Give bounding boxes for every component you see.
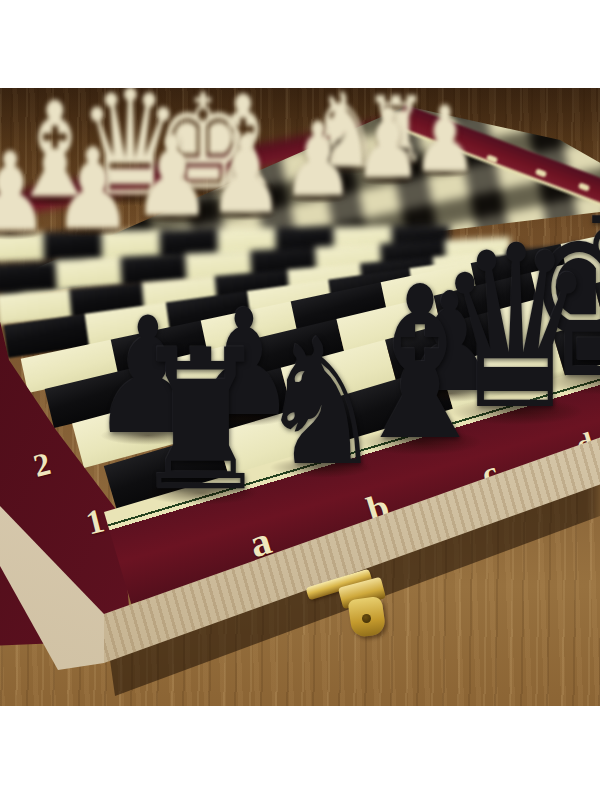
latch-hole-icon [362, 614, 371, 623]
white-pawn-e7: ♟ [208, 122, 285, 229]
square-a7 [0, 261, 57, 294]
white-pawn-f7: ♟ [281, 109, 354, 211]
brass-latch [306, 566, 402, 650]
white-pawn-d7: ♟ [132, 121, 212, 232]
white-pawn-c7: ♟ [53, 133, 133, 245]
chess-product-photo: abcd12 ♜♞♟♟♝♚♛♟♝♟♟♟♟♚♟♛♟♟♝♞♜ [0, 0, 600, 800]
black-knight-b1: ♞ [259, 316, 384, 490]
page-margin-top [0, 0, 600, 88]
white-pawn-g7: ♟ [354, 96, 423, 192]
white-pawn-b7: ♟ [0, 138, 49, 247]
black-rook-a1: ♜ [131, 324, 270, 518]
page-margin-bottom [0, 706, 600, 800]
